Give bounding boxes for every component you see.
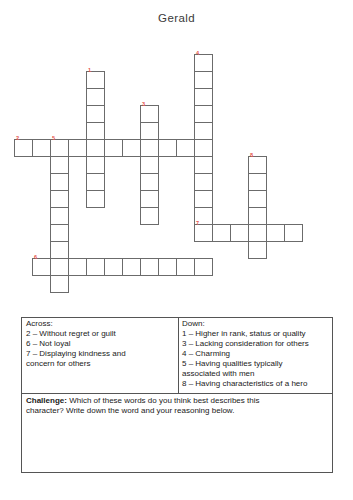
clues-row: Across: 2 – Without regret or guilt6 – N… [22,318,332,394]
crossword-cell[interactable] [194,71,213,89]
down-clue-line: associated with men [182,369,329,379]
clue-number-2: 2 [16,135,19,141]
crossword-cell[interactable] [86,71,105,89]
crossword-cell[interactable] [194,139,213,157]
across-clue-list: 2 – Without regret or guilt6 – Not loyal… [26,329,174,369]
crossword-cell[interactable] [50,241,69,259]
crossword-cell[interactable] [50,173,69,191]
down-clue-line: 4 – Charming [182,349,329,359]
crossword-cell[interactable] [248,156,267,174]
down-heading: Down: [182,319,329,329]
crossword-cell[interactable] [140,258,159,276]
crossword-cell[interactable] [194,173,213,191]
crossword-cell[interactable] [194,156,213,174]
across-clue-line: concern for others [26,359,174,369]
clue-number-4: 4 [196,50,199,56]
crossword-cell[interactable] [194,54,213,72]
down-clue-line: 8 – Having characteristics of a hero [182,379,329,389]
down-clue-list: 1 – Higher in rank, status or quality3 –… [182,329,329,389]
challenge-box: Challenge: Which of these words do you t… [22,394,332,473]
crossword-cell[interactable] [212,224,231,242]
crossword-cell[interactable] [140,156,159,174]
crossword-cell[interactable] [32,139,51,157]
crossword-cell[interactable] [122,258,141,276]
crossword-cell[interactable] [158,258,177,276]
crossword-cell[interactable] [68,258,87,276]
across-clue-line: 6 – Not loyal [26,339,174,349]
crossword-cell[interactable] [248,173,267,191]
crossword-cell[interactable] [122,139,141,157]
crossword-cell[interactable] [194,105,213,123]
crossword-cell[interactable] [266,224,285,242]
crossword-cell[interactable] [176,139,195,157]
challenge-text-1: Which of these words do you think best d… [67,396,260,405]
clue-number-5: 5 [52,135,55,141]
crossword-cell[interactable] [14,139,33,157]
crossword-cell[interactable] [32,258,51,276]
crossword-cell[interactable] [140,190,159,208]
crossword-cell[interactable] [284,224,303,242]
down-clue-line: 1 – Higher in rank, status or quality [182,329,329,339]
crossword-cell[interactable] [50,275,69,293]
crossword-cell[interactable] [86,258,105,276]
across-clue-line: 2 – Without regret or guilt [26,329,174,339]
clue-number-8: 8 [250,152,253,158]
clue-number-1: 1 [88,67,91,73]
crossword-cell[interactable] [104,139,123,157]
down-clue-line: 3 – Lacking consideration for others [182,339,329,349]
crossword-cell[interactable] [194,190,213,208]
clue-number-7: 7 [196,220,199,226]
crossword-cell[interactable] [140,105,159,123]
crossword-cell[interactable] [140,207,159,225]
crossword-cell[interactable] [50,224,69,242]
clue-table: Across: 2 – Without regret or guilt6 – N… [21,317,333,473]
crossword-cell[interactable] [86,173,105,191]
crossword-cell[interactable] [104,258,123,276]
crossword-cell[interactable] [86,105,105,123]
crossword-cell[interactable] [50,156,69,174]
crossword-cell[interactable] [248,224,267,242]
crossword-cell[interactable] [140,173,159,191]
crossword-cell[interactable] [50,139,69,157]
crossword-cell[interactable] [194,122,213,140]
crossword-cell[interactable] [158,139,177,157]
crossword-cell[interactable] [176,258,195,276]
crossword-cell[interactable] [86,88,105,106]
crossword-cell[interactable] [194,88,213,106]
crossword-grid: 12345678 [0,0,353,310]
crossword-cell[interactable] [86,122,105,140]
challenge-line-1: Challenge: Which of these words do you t… [26,396,328,406]
crossword-cell[interactable] [230,224,249,242]
crossword-cell[interactable] [50,258,69,276]
challenge-line-2: character? Write down the word and your … [26,406,328,416]
challenge-label: Challenge: [26,396,67,405]
crossword-cell[interactable] [86,190,105,208]
clue-number-6: 6 [34,254,37,260]
clue-number-3: 3 [142,101,145,107]
crossword-cell[interactable] [194,258,213,276]
worksheet-page: Gerald 12345678 Across: 2 – Without regr… [0,0,353,500]
crossword-cell[interactable] [86,139,105,157]
down-clues: Down: 1 – Higher in rank, status or qual… [179,318,332,393]
crossword-cell[interactable] [50,190,69,208]
crossword-cell[interactable] [248,190,267,208]
crossword-cell[interactable] [50,207,69,225]
crossword-cell[interactable] [140,122,159,140]
down-clue-line: 5 – Having qualities typically [182,359,329,369]
across-clue-line: 7 – Displaying kindness and [26,349,174,359]
crossword-cell[interactable] [194,224,213,242]
across-clues: Across: 2 – Without regret or guilt6 – N… [22,318,179,393]
across-heading: Across: [26,319,174,329]
crossword-cell[interactable] [248,207,267,225]
crossword-cell[interactable] [248,241,267,259]
crossword-cell[interactable] [140,139,159,157]
crossword-cell[interactable] [86,156,105,174]
crossword-cell[interactable] [68,139,87,157]
